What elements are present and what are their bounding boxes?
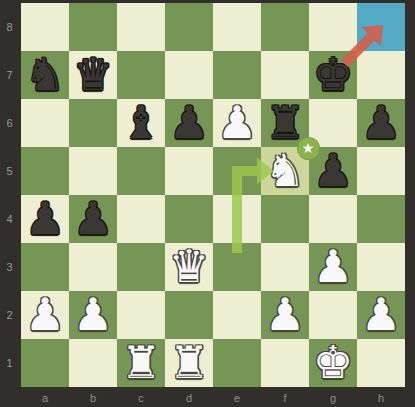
square-a4[interactable]: ♟ bbox=[21, 195, 69, 243]
square-g2[interactable] bbox=[309, 291, 357, 339]
square-f3[interactable] bbox=[261, 243, 309, 291]
file-label-a: a bbox=[21, 391, 69, 405]
square-a6[interactable] bbox=[21, 99, 69, 147]
square-h5[interactable] bbox=[357, 147, 405, 195]
square-f2[interactable]: ♟ bbox=[261, 291, 309, 339]
square-e5[interactable] bbox=[213, 147, 261, 195]
piece-white-rook-c1[interactable]: ♜ bbox=[117, 339, 165, 387]
square-h6[interactable]: ♟ bbox=[357, 99, 405, 147]
square-c4[interactable] bbox=[117, 195, 165, 243]
square-d2[interactable] bbox=[165, 291, 213, 339]
square-a7[interactable]: ♞ bbox=[21, 51, 69, 99]
square-a5[interactable] bbox=[21, 147, 69, 195]
square-h8[interactable] bbox=[357, 3, 405, 51]
square-e6[interactable]: ♟ bbox=[213, 99, 261, 147]
square-c2[interactable] bbox=[117, 291, 165, 339]
square-h1[interactable] bbox=[357, 339, 405, 387]
piece-black-knight-a7[interactable]: ♞ bbox=[21, 51, 69, 99]
square-h2[interactable]: ♟ bbox=[357, 291, 405, 339]
rank-label-5: 5 bbox=[2, 164, 17, 178]
piece-white-rook-d1[interactable]: ♜ bbox=[165, 339, 213, 387]
square-d1[interactable]: ♜ bbox=[165, 339, 213, 387]
rank-label-7: 7 bbox=[2, 68, 17, 82]
rank-label-4: 4 bbox=[2, 212, 17, 226]
piece-white-pawn-g3[interactable]: ♟ bbox=[309, 243, 357, 291]
square-b5[interactable] bbox=[69, 147, 117, 195]
square-a3[interactable] bbox=[21, 243, 69, 291]
square-h7[interactable] bbox=[357, 51, 405, 99]
file-label-g: g bbox=[309, 391, 357, 405]
square-b6[interactable] bbox=[69, 99, 117, 147]
square-a2[interactable]: ♟ bbox=[21, 291, 69, 339]
piece-white-pawn-e6[interactable]: ♟ bbox=[213, 99, 261, 147]
square-a1[interactable] bbox=[21, 339, 69, 387]
square-c6[interactable]: ♝ bbox=[117, 99, 165, 147]
square-c7[interactable] bbox=[117, 51, 165, 99]
square-f7[interactable] bbox=[261, 51, 309, 99]
file-label-d: d bbox=[165, 391, 213, 405]
square-b7[interactable]: ♛ bbox=[69, 51, 117, 99]
piece-white-pawn-a2[interactable]: ♟ bbox=[21, 291, 69, 339]
square-e3[interactable] bbox=[213, 243, 261, 291]
square-g7[interactable]: ♚ bbox=[309, 51, 357, 99]
rank-label-2: 2 bbox=[2, 308, 17, 322]
star-icon: ★ bbox=[302, 141, 315, 155]
square-d8[interactable] bbox=[165, 3, 213, 51]
square-a8[interactable] bbox=[21, 3, 69, 51]
rank-label-8: 8 bbox=[2, 20, 17, 34]
square-e1[interactable] bbox=[213, 339, 261, 387]
chess-board[interactable]: ♞♛♚♝♟♟♜♟♞♟♟♟♛♟♟♟♟♟♜♜♚ bbox=[21, 3, 405, 387]
square-g8[interactable] bbox=[309, 3, 357, 51]
piece-white-pawn-h2[interactable]: ♟ bbox=[357, 291, 405, 339]
square-d6[interactable]: ♟ bbox=[165, 99, 213, 147]
square-e8[interactable] bbox=[213, 3, 261, 51]
square-e2[interactable] bbox=[213, 291, 261, 339]
square-g1[interactable]: ♚ bbox=[309, 339, 357, 387]
rank-label-6: 6 bbox=[2, 116, 17, 130]
square-f4[interactable] bbox=[261, 195, 309, 243]
file-label-b: b bbox=[69, 391, 117, 405]
square-b2[interactable]: ♟ bbox=[69, 291, 117, 339]
square-c8[interactable] bbox=[117, 3, 165, 51]
rank-label-3: 3 bbox=[2, 260, 17, 274]
square-f1[interactable] bbox=[261, 339, 309, 387]
square-b3[interactable] bbox=[69, 243, 117, 291]
square-h3[interactable] bbox=[357, 243, 405, 291]
square-e7[interactable] bbox=[213, 51, 261, 99]
piece-white-queen-d3[interactable]: ♛ bbox=[165, 243, 213, 291]
file-label-e: e bbox=[213, 391, 261, 405]
piece-black-pawn-b4[interactable]: ♟ bbox=[69, 195, 117, 243]
square-d4[interactable] bbox=[165, 195, 213, 243]
piece-black-king-g7[interactable]: ♚ bbox=[309, 51, 357, 99]
piece-black-pawn-d6[interactable]: ♟ bbox=[165, 99, 213, 147]
piece-black-bishop-c6[interactable]: ♝ bbox=[117, 99, 165, 147]
piece-white-king-g1[interactable]: ♚ bbox=[309, 339, 357, 387]
square-b8[interactable] bbox=[69, 3, 117, 51]
piece-black-queen-b7[interactable]: ♛ bbox=[69, 51, 117, 99]
file-label-c: c bbox=[117, 391, 165, 405]
piece-black-pawn-a4[interactable]: ♟ bbox=[21, 195, 69, 243]
best-move-star-badge: ★ bbox=[297, 137, 320, 160]
square-g3[interactable]: ♟ bbox=[309, 243, 357, 291]
board-frame: ♞♛♚♝♟♟♜♟♞♟♟♟♛♟♟♟♟♟♜♜♚ ★ 87654321abcdefgh bbox=[0, 0, 415, 407]
square-d7[interactable] bbox=[165, 51, 213, 99]
square-g4[interactable] bbox=[309, 195, 357, 243]
square-b4[interactable]: ♟ bbox=[69, 195, 117, 243]
rank-label-1: 1 bbox=[2, 356, 17, 370]
square-b1[interactable] bbox=[69, 339, 117, 387]
piece-black-pawn-h6[interactable]: ♟ bbox=[357, 99, 405, 147]
square-c5[interactable] bbox=[117, 147, 165, 195]
file-label-h: h bbox=[357, 391, 405, 405]
square-f8[interactable] bbox=[261, 3, 309, 51]
square-e4[interactable] bbox=[213, 195, 261, 243]
square-c3[interactable] bbox=[117, 243, 165, 291]
square-d5[interactable] bbox=[165, 147, 213, 195]
square-c1[interactable]: ♜ bbox=[117, 339, 165, 387]
square-d3[interactable]: ♛ bbox=[165, 243, 213, 291]
square-h4[interactable] bbox=[357, 195, 405, 243]
piece-white-pawn-f2[interactable]: ♟ bbox=[261, 291, 309, 339]
file-label-f: f bbox=[261, 391, 309, 405]
piece-white-pawn-b2[interactable]: ♟ bbox=[69, 291, 117, 339]
